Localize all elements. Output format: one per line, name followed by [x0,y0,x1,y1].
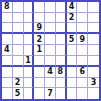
cell-r9c1-empty[interactable] [2,88,13,99]
cell-r5c5-empty[interactable] [45,45,56,56]
cell-r4c6-empty[interactable] [56,34,67,45]
cell-r3c5-empty[interactable] [45,23,56,34]
cell-r2c4-empty[interactable] [34,13,45,24]
cell-r7c6-given-8[interactable]: 8 [56,67,67,78]
cell-r9c7-empty[interactable] [67,88,78,99]
cell-r8c3-empty[interactable] [24,78,35,89]
cell-r4c3-empty[interactable] [24,34,35,45]
cell-r1c9-empty[interactable] [88,2,99,13]
cell-r1c8-empty[interactable] [77,2,88,13]
cell-r7c5-given-4[interactable]: 4 [45,67,56,78]
cell-r4c5-empty[interactable] [45,34,56,45]
cell-r3c8-empty[interactable] [77,23,88,34]
cell-r7c9-empty[interactable] [88,67,99,78]
cell-r6c9-empty[interactable] [88,56,99,67]
cell-r2c7-given-2[interactable]: 2 [67,13,78,24]
cell-r5c3-empty[interactable] [24,45,35,56]
cell-r5c8-empty[interactable] [77,45,88,56]
cell-r6c4-empty[interactable] [34,56,45,67]
cell-r4c7-given-5[interactable]: 5 [67,34,78,45]
cell-r5c6-empty[interactable] [56,45,67,56]
cell-r6c8-empty[interactable] [77,56,88,67]
cell-r1c5-empty[interactable] [45,2,56,13]
cell-r9c9-empty[interactable] [88,88,99,99]
cell-r7c4-empty[interactable] [34,67,45,78]
cell-r8c9-given-3[interactable]: 3 [88,78,99,89]
cell-r5c9-empty[interactable] [88,45,99,56]
cell-r9c4-empty[interactable] [34,88,45,99]
cell-r5c1-given-4[interactable]: 4 [2,45,13,56]
cell-r7c7-empty[interactable] [67,67,78,78]
cell-r8c4-empty[interactable] [34,78,45,89]
cell-r8c8-empty[interactable] [77,78,88,89]
cell-r3c1-empty[interactable] [2,23,13,34]
cell-r3c2-empty[interactable] [13,23,24,34]
cell-r1c3-empty[interactable] [24,2,35,13]
cell-r9c3-empty[interactable] [24,88,35,99]
cell-r3c7-empty[interactable] [67,23,78,34]
cell-r4c1-empty[interactable] [2,34,13,45]
cell-r6c6-empty[interactable] [56,56,67,67]
cell-r6c2-empty[interactable] [13,56,24,67]
cell-r5c2-empty[interactable] [13,45,24,56]
cell-r2c1-empty[interactable] [2,13,13,24]
cell-r4c4-given-2[interactable]: 2 [34,34,45,45]
cell-r4c8-given-9[interactable]: 9 [77,34,88,45]
cell-r9c6-empty[interactable] [56,88,67,99]
cell-r6c7-empty[interactable] [67,56,78,67]
cell-r6c1-empty[interactable] [2,56,13,67]
cell-r2c8-empty[interactable] [77,13,88,24]
sudoku-board: 84292594114862357 [0,0,101,101]
cell-r4c2-empty[interactable] [13,34,24,45]
cell-r1c4-empty[interactable] [34,2,45,13]
cell-r8c7-empty[interactable] [67,78,78,89]
cell-r1c1-given-8[interactable]: 8 [2,2,13,13]
cell-r1c6-empty[interactable] [56,2,67,13]
cell-r7c2-empty[interactable] [13,67,24,78]
cell-r1c2-empty[interactable] [13,2,24,13]
cell-r6c5-empty[interactable] [45,56,56,67]
cell-r7c8-given-6[interactable]: 6 [77,67,88,78]
cell-r3c6-empty[interactable] [56,23,67,34]
cell-r9c2-given-5[interactable]: 5 [13,88,24,99]
cell-r9c8-empty[interactable] [77,88,88,99]
cell-r8c5-empty[interactable] [45,78,56,89]
cell-r3c9-empty[interactable] [88,23,99,34]
cell-r2c9-empty[interactable] [88,13,99,24]
cell-r3c4-given-9[interactable]: 9 [34,23,45,34]
cell-r2c2-empty[interactable] [13,13,24,24]
cell-r8c6-empty[interactable] [56,78,67,89]
cell-r9c5-given-7[interactable]: 7 [45,88,56,99]
cell-r2c5-empty[interactable] [45,13,56,24]
cell-r8c2-given-2[interactable]: 2 [13,78,24,89]
cell-r8c1-empty[interactable] [2,78,13,89]
cell-r2c3-empty[interactable] [24,13,35,24]
cell-r4c9-empty[interactable] [88,34,99,45]
cell-r7c1-empty[interactable] [2,67,13,78]
cell-r7c3-empty[interactable] [24,67,35,78]
cell-r1c7-given-4[interactable]: 4 [67,2,78,13]
cell-r5c4-given-1[interactable]: 1 [34,45,45,56]
cell-r2c6-empty[interactable] [56,13,67,24]
cell-r3c3-empty[interactable] [24,23,35,34]
cell-r6c3-given-1[interactable]: 1 [24,56,35,67]
cell-r5c7-empty[interactable] [67,45,78,56]
